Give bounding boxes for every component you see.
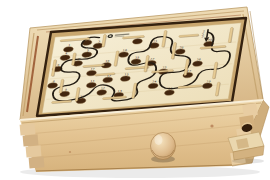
hole-number-23: 23 <box>162 66 167 70</box>
hole-number-26: 26 <box>179 46 184 50</box>
hole-number-16: 16 <box>105 59 110 63</box>
hole-number-19: 19 <box>135 56 140 60</box>
wood-knot-2 <box>69 151 71 153</box>
hole-number-29: 29 <box>206 80 211 84</box>
hole-number-11: 11 <box>90 79 95 83</box>
tilt-knob <box>151 133 176 163</box>
hole-number-15: 15 <box>124 73 129 77</box>
hole-number-18: 18 <box>122 49 127 53</box>
labyrinth-scene: 1234567891011121314151617181920212223242… <box>0 0 270 180</box>
playfield: 1234567891011121314151617181920212223242… <box>42 23 241 113</box>
hole-number-12: 12 <box>101 86 106 90</box>
hole-number-14: 14 <box>117 89 122 93</box>
wood-knot <box>210 124 213 127</box>
hole-number-22: 22 <box>150 57 155 61</box>
product-photo-labyrinth-game: 1234567891011121314151617181920212223242… <box>0 0 270 180</box>
hole-number-17: 17 <box>90 67 95 71</box>
hole-number-24: 24 <box>152 80 157 84</box>
hole-number-21: 21 <box>153 40 158 44</box>
hole-number-28: 28 <box>196 58 201 62</box>
